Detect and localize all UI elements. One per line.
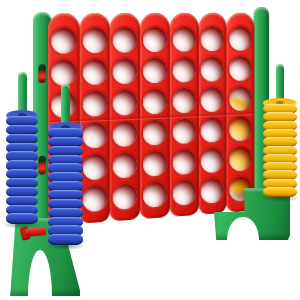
disc-stack-left-front-blue (6, 72, 38, 228)
board-hole-c6r2 (201, 57, 224, 82)
board-hole-c4r4 (143, 120, 167, 146)
board-hole-c3r4 (113, 121, 137, 147)
board-hole-c3r3 (113, 90, 137, 116)
blue-disc (6, 213, 38, 223)
board-hole-c3r6 (113, 183, 137, 210)
board-hole-c3r2 (113, 58, 137, 84)
board-hole-c1r2 (51, 59, 76, 85)
board-hole-c2r1 (82, 27, 107, 53)
board-hole-c6r6 (201, 178, 224, 204)
carry-slot-top (38, 64, 46, 83)
board-hole-c4r3 (143, 89, 167, 115)
board-hole-c3r5 (113, 152, 137, 179)
board-hole-c7r5 (229, 146, 251, 172)
board-hole-c5r4 (172, 118, 195, 144)
board-hole-c5r1 (172, 27, 195, 52)
board-hole-c5r6 (172, 180, 195, 206)
board-hole-c2r2 (82, 59, 107, 85)
board-hole-c5r2 (172, 57, 195, 82)
carry-slot-bottom (38, 156, 46, 175)
board-hole-c6r5 (201, 147, 224, 173)
board-hole-c3r1 (113, 27, 137, 53)
board-hole-c4r5 (143, 150, 167, 176)
board-hole-c6r1 (201, 26, 224, 51)
board-hole-c5r3 (172, 88, 195, 114)
board-hole-c7r2 (229, 56, 251, 81)
board-hole-c7r3 (229, 86, 251, 111)
board-hole-c6r3 (201, 87, 224, 112)
board-hole-c5r5 (172, 149, 195, 175)
board-hole-c4r2 (143, 58, 167, 84)
board-hole-c1r1 (51, 28, 76, 54)
connect-four-product-photo (0, 0, 300, 300)
board-hole-c2r4 (82, 122, 107, 149)
right-leg-arch-cutout (227, 217, 259, 241)
board-hole-c2r3 (82, 90, 107, 116)
left-leg-arch-cutout (28, 250, 53, 298)
blue-disc (48, 234, 83, 245)
board-hole-c4r1 (143, 27, 167, 52)
yellow-disc (263, 187, 297, 197)
board-hole-c2r5 (82, 154, 107, 181)
board-hole-c7r4 (229, 116, 251, 141)
board-hole-c4r6 (143, 181, 167, 208)
board-hole-c7r1 (229, 26, 251, 51)
disc-stack-right-yellow (263, 64, 297, 201)
disc-stack-left-back-blue (48, 84, 83, 249)
board-hole-c2r6 (82, 185, 107, 212)
board-hole-c6r4 (201, 117, 224, 143)
